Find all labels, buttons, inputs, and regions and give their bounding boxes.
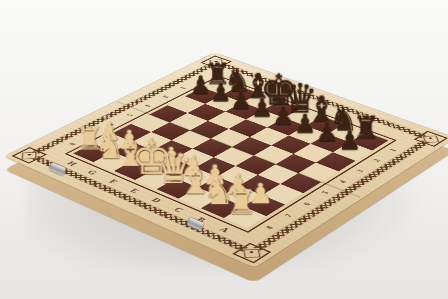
- black-pawn-glyph: ♟: [272, 103, 295, 128]
- black-pawn-glyph: ♟: [251, 95, 274, 120]
- black-pawn-glyph: ♟: [230, 87, 252, 112]
- photo-scene: HGFEDCBA 12345678 12345678 ♜♞♝♚♛♝♞♜♟♟♟♟♟…: [0, 0, 448, 299]
- black-pawn-glyph: ♟: [294, 111, 317, 137]
- black-pawn-glyph: ♟: [338, 127, 361, 153]
- white-rook-glyph: ♜: [227, 186, 257, 220]
- black-pawn-glyph: ♟: [316, 119, 339, 145]
- black-pawn-glyph: ♟: [210, 80, 232, 105]
